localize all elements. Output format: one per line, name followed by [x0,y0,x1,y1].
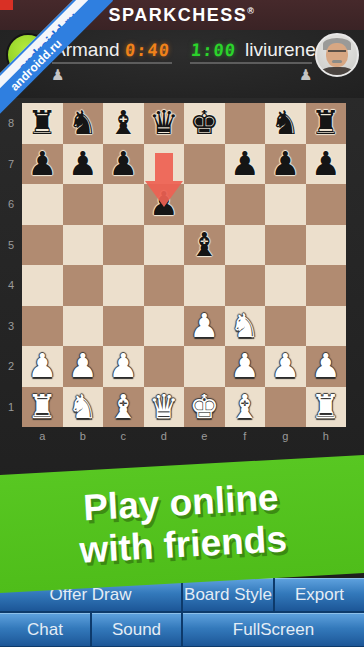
square-e2[interactable] [184,346,225,387]
white-player-clock: 0:40 [124,40,171,60]
black-player-avatar [315,33,359,77]
square-g3[interactable] [265,306,306,347]
piece-black-bishop[interactable]: ♝ [103,103,144,144]
square-f3[interactable]: ♞ [225,306,266,347]
file-label-f: f [225,428,266,445]
square-b3[interactable] [63,306,104,347]
trademark-symbol: ® [247,6,255,16]
rank-label-3: 3 [0,306,22,347]
square-f1[interactable]: ♝ [225,387,266,428]
square-d3[interactable] [144,306,185,347]
sound-button[interactable]: Sound [92,613,181,646]
avatar-cartoon-detail [31,66,41,74]
square-c7[interactable]: ♟ [103,144,144,185]
piece-black-knight[interactable]: ♞ [265,103,306,144]
square-c6[interactable] [103,184,144,225]
square-c1[interactable]: ♝ [103,387,144,428]
avatar-mustache [332,60,342,63]
square-a3[interactable] [22,306,63,347]
piece-black-pawn[interactable]: ♟ [144,184,185,225]
play-online-banner[interactable]: Play online with friends [0,455,364,594]
square-a4[interactable] [22,265,63,306]
square-d1[interactable]: ♛ [144,387,185,428]
square-g1[interactable] [265,387,306,428]
square-e1[interactable]: ♚ [184,387,225,428]
piece-black-pawn[interactable]: ♟ [63,144,104,185]
file-label-h: h [306,428,347,445]
piece-black-rook[interactable]: ♜ [22,103,63,144]
record-dot-icon [0,0,13,10]
square-d7[interactable] [144,144,185,185]
square-b7[interactable]: ♟ [63,144,104,185]
square-f2[interactable]: ♟ [225,346,266,387]
square-e3[interactable]: ♟ [184,306,225,347]
chess-board: ♜♞♝♛♚♞♜♟♟♟♟♟♟♟♝♟♞♟♟♟♟♟♟♜♞♝♛♚♝♜ [22,103,346,427]
piece-white-pawn[interactable]: ♟ [103,346,144,387]
file-label-e: e [184,428,225,445]
square-c5[interactable] [103,225,144,266]
square-c4[interactable] [103,265,144,306]
square-g2[interactable]: ♟ [265,346,306,387]
piece-white-knight[interactable]: ♞ [225,306,266,347]
square-e8[interactable]: ♚ [184,103,225,144]
rank-label-4: 4 [0,265,22,306]
piece-white-rook[interactable]: ♜ [306,387,347,428]
square-g8[interactable]: ♞ [265,103,306,144]
square-h7[interactable]: ♟ [306,144,347,185]
square-a8[interactable]: ♜ [22,103,63,144]
player-bar: Armand 0:40 1:00 liviurene ♟ ♟ [0,30,364,98]
square-b1[interactable]: ♞ [63,387,104,428]
rank-label-5: 5 [0,225,22,266]
square-a6[interactable] [22,184,63,225]
square-b8[interactable]: ♞ [63,103,104,144]
piece-black-knight[interactable]: ♞ [63,103,104,144]
piece-white-queen[interactable]: ♛ [144,387,185,428]
black-player-name: liviurene [245,39,316,61]
piece-white-knight[interactable]: ♞ [63,387,104,428]
square-f4[interactable] [225,265,266,306]
piece-black-bishop[interactable]: ♝ [184,225,225,266]
square-h1[interactable]: ♜ [306,387,347,428]
square-d5[interactable] [144,225,185,266]
board-style-button[interactable]: Board Style [183,578,273,611]
square-b4[interactable] [63,265,104,306]
square-d8[interactable]: ♛ [144,103,185,144]
square-h5[interactable] [306,225,347,266]
white-player-avatar [6,33,50,77]
square-c2[interactable]: ♟ [103,346,144,387]
square-g7[interactable]: ♟ [265,144,306,185]
square-h6[interactable] [306,184,347,225]
file-labels: abcdefgh [22,428,346,445]
rank-labels: 87654321 [0,103,22,427]
square-f6[interactable] [225,184,266,225]
piece-white-pawn[interactable]: ♟ [63,346,104,387]
app-screen: SPARKCHESS® androidd.ru androidd.ru Arma… [0,0,364,647]
square-c3[interactable] [103,306,144,347]
white-player-underline [52,62,172,64]
fullscreen-button[interactable]: FullScreen [183,613,364,646]
white-captures-pawn-icon: ♟ [51,66,64,84]
app-header: SPARKCHESS® [0,0,364,30]
piece-white-bishop[interactable]: ♝ [225,387,266,428]
piece-white-rook[interactable]: ♜ [22,387,63,428]
piece-white-pawn[interactable]: ♟ [184,306,225,347]
square-e6[interactable] [184,184,225,225]
square-g5[interactable] [265,225,306,266]
white-player-name: Armand [53,39,120,61]
black-player-clock: 1:00 [190,40,237,60]
square-a5[interactable] [22,225,63,266]
square-h8[interactable]: ♜ [306,103,347,144]
piece-black-queen[interactable]: ♛ [144,103,185,144]
square-h4[interactable] [306,265,347,306]
square-h2[interactable]: ♟ [306,346,347,387]
file-label-g: g [265,428,306,445]
square-f8[interactable] [225,103,266,144]
piece-black-pawn[interactable]: ♟ [265,144,306,185]
rank-label-8: 8 [0,103,22,144]
piece-white-pawn[interactable]: ♟ [225,346,266,387]
avatar-shirt [321,67,353,77]
piece-black-king[interactable]: ♚ [184,103,225,144]
piece-black-pawn[interactable]: ♟ [225,144,266,185]
square-c8[interactable]: ♝ [103,103,144,144]
square-e7[interactable] [184,144,225,185]
avatar-glasses [328,50,346,56]
chat-button[interactable]: Chat [0,613,90,646]
piece-white-bishop[interactable]: ♝ [103,387,144,428]
square-d4[interactable] [144,265,185,306]
square-b6[interactable] [63,184,104,225]
black-player-underline [190,62,312,64]
piece-black-pawn[interactable]: ♟ [306,144,347,185]
square-g4[interactable] [265,265,306,306]
square-h3[interactable] [306,306,347,347]
piece-black-rook[interactable]: ♜ [306,103,347,144]
square-b5[interactable] [63,225,104,266]
piece-black-pawn[interactable]: ♟ [22,144,63,185]
black-captures-pawn-icon: ♟ [299,66,312,84]
piece-black-pawn[interactable]: ♟ [103,144,144,185]
square-a2[interactable]: ♟ [22,346,63,387]
rank-label-7: 7 [0,144,22,185]
piece-white-pawn[interactable]: ♟ [306,346,347,387]
square-d6[interactable]: ♟ [144,184,185,225]
file-label-a: a [22,428,63,445]
square-a7[interactable]: ♟ [22,144,63,185]
file-label-d: d [144,428,185,445]
square-f5[interactable] [225,225,266,266]
square-b2[interactable]: ♟ [63,346,104,387]
square-g6[interactable] [265,184,306,225]
piece-white-pawn[interactable]: ♟ [22,346,63,387]
rank-label-6: 6 [0,184,22,225]
square-e4[interactable] [184,265,225,306]
file-label-b: b [63,428,104,445]
piece-white-pawn[interactable]: ♟ [265,346,306,387]
square-e5[interactable]: ♝ [184,225,225,266]
piece-white-king[interactable]: ♚ [184,387,225,428]
file-label-c: c [103,428,144,445]
square-f7[interactable]: ♟ [225,144,266,185]
export-button[interactable]: Export [275,578,364,611]
rank-label-1: 1 [0,387,22,428]
rank-label-2: 2 [0,346,22,387]
app-title: SPARKCHESS® [109,5,256,26]
square-d2[interactable] [144,346,185,387]
square-a1[interactable]: ♜ [22,387,63,428]
